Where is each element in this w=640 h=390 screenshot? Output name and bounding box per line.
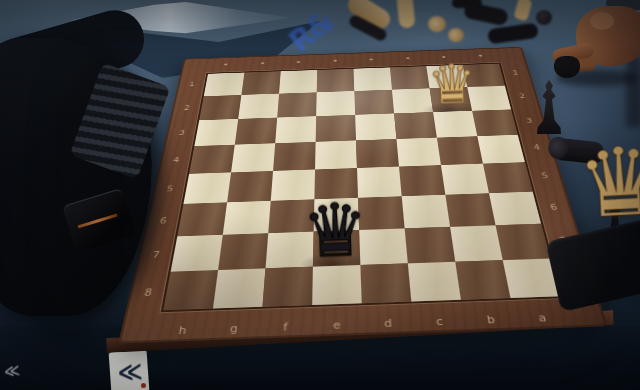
file-label-g: g xyxy=(208,322,261,335)
rank-label-left-1: 1 xyxy=(181,73,203,96)
board-frame: ♛♛ hgfedcba1234567812345678 xyxy=(118,47,607,344)
file-label-h: h xyxy=(156,324,209,337)
phone-edge-line xyxy=(77,214,117,229)
square-c3[interactable] xyxy=(394,112,437,139)
square-h4[interactable] xyxy=(189,145,235,174)
square-a6[interactable] xyxy=(489,192,541,226)
rank-label-right-2: 2 xyxy=(510,84,535,109)
carpet-emblem: ≪ xyxy=(109,350,150,390)
square-h3[interactable] xyxy=(194,119,238,146)
player-hand xyxy=(548,0,640,88)
square-h6[interactable] xyxy=(177,202,227,236)
square-h2[interactable] xyxy=(199,95,241,120)
square-h5[interactable] xyxy=(183,172,231,203)
rank-label-left-3: 3 xyxy=(169,120,193,147)
file-label-c: c xyxy=(413,315,466,328)
emblem-red-dot xyxy=(141,383,146,388)
square-d8[interactable] xyxy=(360,263,411,303)
far-edge-label-dot xyxy=(224,64,228,66)
square-f2[interactable] xyxy=(277,92,316,117)
square-g5[interactable] xyxy=(227,171,273,202)
square-h1[interactable] xyxy=(204,73,245,97)
square-d4[interactable] xyxy=(356,139,399,168)
captured-black-piece xyxy=(452,0,482,8)
square-e1[interactable] xyxy=(317,69,355,93)
square-f3[interactable] xyxy=(275,116,316,143)
rank-label-left-5: 5 xyxy=(156,174,183,205)
square-h8[interactable] xyxy=(163,270,218,310)
square-g4[interactable] xyxy=(231,143,275,172)
far-edge-label-dot xyxy=(478,55,482,57)
captured-white-pawn xyxy=(396,0,415,29)
emblem-chevrons: ≪ xyxy=(116,357,141,387)
square-d3[interactable] xyxy=(355,113,396,140)
black-queen[interactable]: ♛ xyxy=(301,193,369,268)
square-b8[interactable] xyxy=(455,260,510,300)
white-queen[interactable]: ♛ xyxy=(427,57,477,113)
square-g8[interactable] xyxy=(213,268,266,308)
square-g1[interactable] xyxy=(241,71,280,95)
square-e2[interactable] xyxy=(316,91,355,116)
square-b4[interactable] xyxy=(437,136,483,165)
square-a5[interactable] xyxy=(483,162,533,193)
hand-shadow xyxy=(556,70,638,86)
rank-label-right-1: 1 xyxy=(504,62,528,85)
square-g7[interactable] xyxy=(218,233,268,270)
rank-label-right-6: 6 xyxy=(539,191,569,224)
far-edge-label-dot xyxy=(333,60,336,62)
square-a7[interactable] xyxy=(496,224,551,260)
square-b2[interactable]: ♛ xyxy=(430,87,472,112)
square-e3[interactable] xyxy=(316,115,356,142)
captured-black-piece xyxy=(487,23,539,45)
square-b6[interactable] xyxy=(445,193,495,227)
hand-knuckle-highlight xyxy=(590,12,614,30)
square-f4[interactable] xyxy=(273,142,316,171)
square-g6[interactable] xyxy=(223,201,271,235)
carpet-corner-mark: ≪ xyxy=(3,361,21,381)
far-edge-label-dot xyxy=(297,61,301,63)
square-a4[interactable] xyxy=(477,135,525,164)
file-label-f: f xyxy=(259,321,311,334)
square-c1[interactable] xyxy=(390,66,430,89)
far-edge-label-dot xyxy=(369,58,373,60)
captured-white-piece-base xyxy=(428,16,446,32)
far-edge-label-dot xyxy=(406,57,410,59)
rank-label-left-7: 7 xyxy=(141,237,171,274)
square-c8[interactable] xyxy=(408,262,461,302)
square-g2[interactable] xyxy=(238,94,279,119)
square-d2[interactable] xyxy=(354,90,394,115)
square-e7[interactable]: ♛ xyxy=(313,230,360,267)
square-c7[interactable] xyxy=(405,227,456,264)
square-f1[interactable] xyxy=(279,70,317,94)
square-a3[interactable] xyxy=(472,109,518,136)
chess-board: ♛♛ hgfedcba1234567812345678 xyxy=(118,47,607,344)
square-b7[interactable] xyxy=(450,225,503,261)
far-edge-label-dot xyxy=(260,62,264,64)
rank-label-left-6: 6 xyxy=(149,204,177,238)
file-label-b: b xyxy=(464,313,517,326)
square-h7[interactable] xyxy=(171,235,223,272)
board-squares: ♛♛ xyxy=(161,63,563,313)
square-d1[interactable] xyxy=(354,67,392,91)
file-label-a: a xyxy=(515,312,569,325)
photo-scene: R& ♛ ≪ ≪ ♛♛ hgfedcba12345678 xyxy=(0,0,640,390)
rank-label-right-5: 5 xyxy=(531,161,560,192)
square-e8[interactable] xyxy=(312,265,362,305)
square-b5[interactable] xyxy=(441,164,489,195)
square-f8[interactable] xyxy=(263,267,313,307)
file-label-e: e xyxy=(311,319,363,332)
rank-label-left-8: 8 xyxy=(132,273,163,313)
rank-label-left-2: 2 xyxy=(175,96,198,121)
square-e4[interactable] xyxy=(315,140,357,169)
square-c6[interactable] xyxy=(402,195,450,229)
square-g3[interactable] xyxy=(235,118,277,145)
captured-white-pawn xyxy=(513,0,532,21)
rank-label-right-4: 4 xyxy=(523,134,550,162)
square-c5[interactable] xyxy=(399,165,445,196)
captured-white-piece-base xyxy=(448,28,464,42)
square-c4[interactable] xyxy=(396,138,440,167)
white-piece-standing-right: ♛ xyxy=(572,134,640,233)
rank-label-left-4: 4 xyxy=(163,146,189,175)
square-b3[interactable] xyxy=(433,111,477,138)
file-label-d: d xyxy=(362,317,414,330)
